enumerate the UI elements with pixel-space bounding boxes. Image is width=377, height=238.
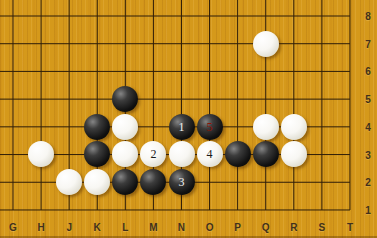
board-point-K2[interactable] [83,168,111,196]
board-point-P3[interactable] [224,141,252,169]
black-stone-M2 [140,169,166,195]
row-label-7: 7 [365,38,371,49]
row-label-2: 2 [365,177,371,188]
board-point-L2[interactable] [111,168,139,196]
stones-grid[interactable]: 15324 [0,2,364,224]
column-label-N: N [178,222,185,233]
row-label-3: 3 [365,149,371,160]
column-label-T: T [347,222,353,233]
white-stone-K2 [84,169,110,195]
board-point-L4[interactable] [111,113,139,141]
board-point-K4[interactable] [83,113,111,141]
black-stone-K3 [84,141,110,167]
row-label-8: 8 [365,11,371,22]
column-label-P: P [234,222,241,233]
board-point-O3[interactable]: 4 [196,141,224,169]
white-stone-L4 [112,114,138,140]
white-stone-Q7 [253,31,279,57]
board-point-R3[interactable] [280,141,308,169]
board-point-Q3[interactable] [252,141,280,169]
column-label-O: O [206,222,214,233]
column-label-R: R [290,222,297,233]
board-point-M3[interactable]: 2 [139,141,167,169]
move-number-label: 5 [197,114,223,140]
board-point-N2[interactable]: 3 [167,168,195,196]
white-stone-J2 [56,169,82,195]
black-stone-N2: 3 [169,169,195,195]
move-number-label: 1 [169,114,195,140]
white-stone-O3: 4 [197,141,223,167]
board-point-N4[interactable]: 1 [167,113,195,141]
board-point-N3[interactable] [167,141,195,169]
white-stone-L3 [112,141,138,167]
white-stone-N3 [169,141,195,167]
black-stone-L5 [112,86,138,112]
go-board[interactable]: 15324 GHJKLMNOPQRST87654321 [0,0,377,238]
black-stone-O4: 5 [197,114,223,140]
board-point-O4[interactable]: 5 [196,113,224,141]
white-stone-M3: 2 [140,141,166,167]
white-stone-H3 [28,141,54,167]
row-label-5: 5 [365,94,371,105]
white-stone-R4 [281,114,307,140]
move-number-label: 4 [197,141,223,167]
column-label-Q: Q [262,222,270,233]
column-label-K: K [94,222,101,233]
board-point-R4[interactable] [280,113,308,141]
black-stone-N4: 1 [169,114,195,140]
board-point-Q4[interactable] [252,113,280,141]
black-stone-L2 [112,169,138,195]
column-label-L: L [122,222,128,233]
board-point-J2[interactable] [55,168,83,196]
board-point-L5[interactable] [111,85,139,113]
board-point-L3[interactable] [111,141,139,169]
board-point-K3[interactable] [83,141,111,169]
board-point-Q7[interactable] [252,30,280,58]
column-label-H: H [37,222,44,233]
row-label-1: 1 [365,204,371,215]
board-point-M2[interactable] [139,168,167,196]
column-label-M: M [149,222,157,233]
black-stone-K4 [84,114,110,140]
black-stone-Q3 [253,141,279,167]
move-number-label: 2 [140,141,166,167]
column-label-J: J [66,222,72,233]
black-stone-P3 [225,141,251,167]
row-label-6: 6 [365,66,371,77]
row-label-4: 4 [365,121,371,132]
white-stone-Q4 [253,114,279,140]
white-stone-R3 [281,141,307,167]
column-label-G: G [9,222,17,233]
board-point-H3[interactable] [27,141,55,169]
column-label-S: S [319,222,326,233]
move-number-label: 3 [169,169,195,195]
